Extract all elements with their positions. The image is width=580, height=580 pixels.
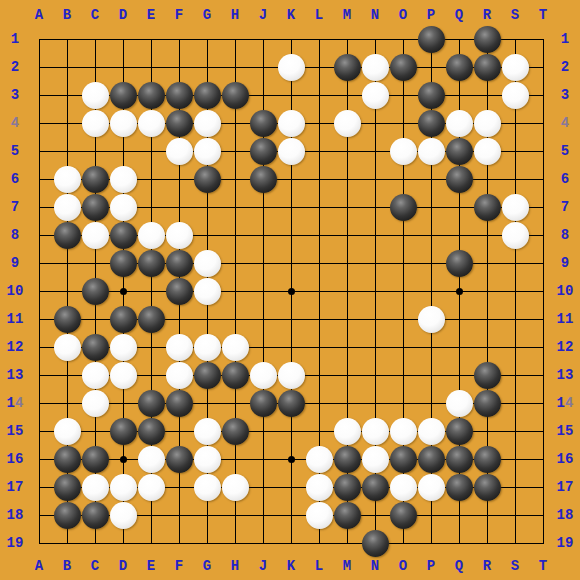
black-stone (334, 502, 361, 529)
white-stone (54, 194, 81, 221)
white-stone (110, 166, 137, 193)
white-stone (166, 362, 193, 389)
white-stone (334, 110, 361, 137)
white-stone (306, 474, 333, 501)
white-stone (110, 362, 137, 389)
white-stone (194, 250, 221, 277)
black-stone (166, 446, 193, 473)
black-stone (110, 306, 137, 333)
white-stone (138, 110, 165, 137)
black-stone (474, 194, 501, 221)
white-stone (110, 502, 137, 529)
white-stone (278, 54, 305, 81)
black-stone (82, 194, 109, 221)
white-stone (194, 474, 221, 501)
black-stone (362, 474, 389, 501)
black-stone (166, 250, 193, 277)
black-stone (446, 138, 473, 165)
black-stone (446, 446, 473, 473)
white-stone (334, 418, 361, 445)
black-stone (250, 390, 277, 417)
black-stone (446, 166, 473, 193)
white-stone (362, 446, 389, 473)
white-stone (194, 110, 221, 137)
black-stone (138, 82, 165, 109)
black-stone (446, 474, 473, 501)
black-stone (138, 418, 165, 445)
white-stone (418, 418, 445, 445)
black-stone (222, 82, 249, 109)
white-stone (362, 82, 389, 109)
black-stone (82, 334, 109, 361)
white-stone (110, 474, 137, 501)
black-stone (418, 26, 445, 53)
white-stone (110, 334, 137, 361)
black-stone (54, 474, 81, 501)
black-stone (446, 54, 473, 81)
white-stone (446, 110, 473, 137)
black-stone (194, 82, 221, 109)
black-stone (110, 250, 137, 277)
black-stone (446, 250, 473, 277)
white-stone (502, 54, 529, 81)
white-stone (82, 474, 109, 501)
black-stone (82, 166, 109, 193)
white-stone (166, 222, 193, 249)
black-stone (166, 110, 193, 137)
white-stone (194, 446, 221, 473)
black-stone (334, 474, 361, 501)
black-stone (138, 390, 165, 417)
white-stone (194, 334, 221, 361)
go-board[interactable]: ABCDEFGHJKLMNOPQRST ABCDEFGHJKLMNOPQRST … (0, 0, 580, 580)
black-stone (418, 446, 445, 473)
white-stone (194, 418, 221, 445)
white-stone (166, 138, 193, 165)
black-stone (110, 82, 137, 109)
white-stone (138, 474, 165, 501)
white-stone (306, 446, 333, 473)
white-stone (194, 278, 221, 305)
black-stone (474, 362, 501, 389)
black-stone (278, 390, 305, 417)
black-stone (166, 278, 193, 305)
black-stone (54, 502, 81, 529)
white-stone (306, 502, 333, 529)
white-stone (390, 418, 417, 445)
white-stone (138, 446, 165, 473)
white-stone (54, 166, 81, 193)
white-stone (278, 138, 305, 165)
white-stone (222, 334, 249, 361)
black-stone (334, 54, 361, 81)
black-stone (54, 446, 81, 473)
white-stone (166, 334, 193, 361)
white-stone (110, 194, 137, 221)
black-stone (166, 82, 193, 109)
white-stone (362, 54, 389, 81)
black-stone (222, 418, 249, 445)
black-stone (54, 222, 81, 249)
black-stone (194, 166, 221, 193)
black-stone (138, 250, 165, 277)
black-stone (362, 530, 389, 557)
stones-layer (25, 25, 557, 557)
white-stone (110, 110, 137, 137)
white-stone (82, 362, 109, 389)
black-stone (82, 502, 109, 529)
black-stone (250, 166, 277, 193)
black-stone (166, 390, 193, 417)
black-stone (418, 110, 445, 137)
white-stone (502, 194, 529, 221)
black-stone (222, 362, 249, 389)
black-stone (82, 278, 109, 305)
white-stone (54, 334, 81, 361)
black-stone (194, 362, 221, 389)
white-stone (362, 418, 389, 445)
white-stone (54, 418, 81, 445)
black-stone (390, 54, 417, 81)
black-stone (474, 54, 501, 81)
black-stone (390, 446, 417, 473)
black-stone (138, 306, 165, 333)
white-stone (474, 138, 501, 165)
black-stone (418, 82, 445, 109)
black-stone (474, 26, 501, 53)
white-stone (446, 390, 473, 417)
black-stone (334, 446, 361, 473)
white-stone (502, 82, 529, 109)
black-stone (110, 418, 137, 445)
black-stone (250, 110, 277, 137)
white-stone (194, 138, 221, 165)
black-stone (82, 446, 109, 473)
white-stone (82, 110, 109, 137)
black-stone (250, 138, 277, 165)
white-stone (222, 474, 249, 501)
white-stone (418, 306, 445, 333)
black-stone (390, 194, 417, 221)
black-stone (110, 222, 137, 249)
black-stone (54, 306, 81, 333)
white-stone (82, 82, 109, 109)
white-stone (418, 138, 445, 165)
white-stone (138, 222, 165, 249)
white-stone (390, 138, 417, 165)
white-stone (474, 110, 501, 137)
black-stone (446, 418, 473, 445)
black-stone (474, 390, 501, 417)
black-stone (474, 474, 501, 501)
white-stone (278, 362, 305, 389)
white-stone (390, 474, 417, 501)
white-stone (278, 110, 305, 137)
white-stone (250, 362, 277, 389)
white-stone (82, 390, 109, 417)
white-stone (418, 474, 445, 501)
black-stone (390, 502, 417, 529)
white-stone (82, 222, 109, 249)
black-stone (474, 446, 501, 473)
white-stone (502, 222, 529, 249)
